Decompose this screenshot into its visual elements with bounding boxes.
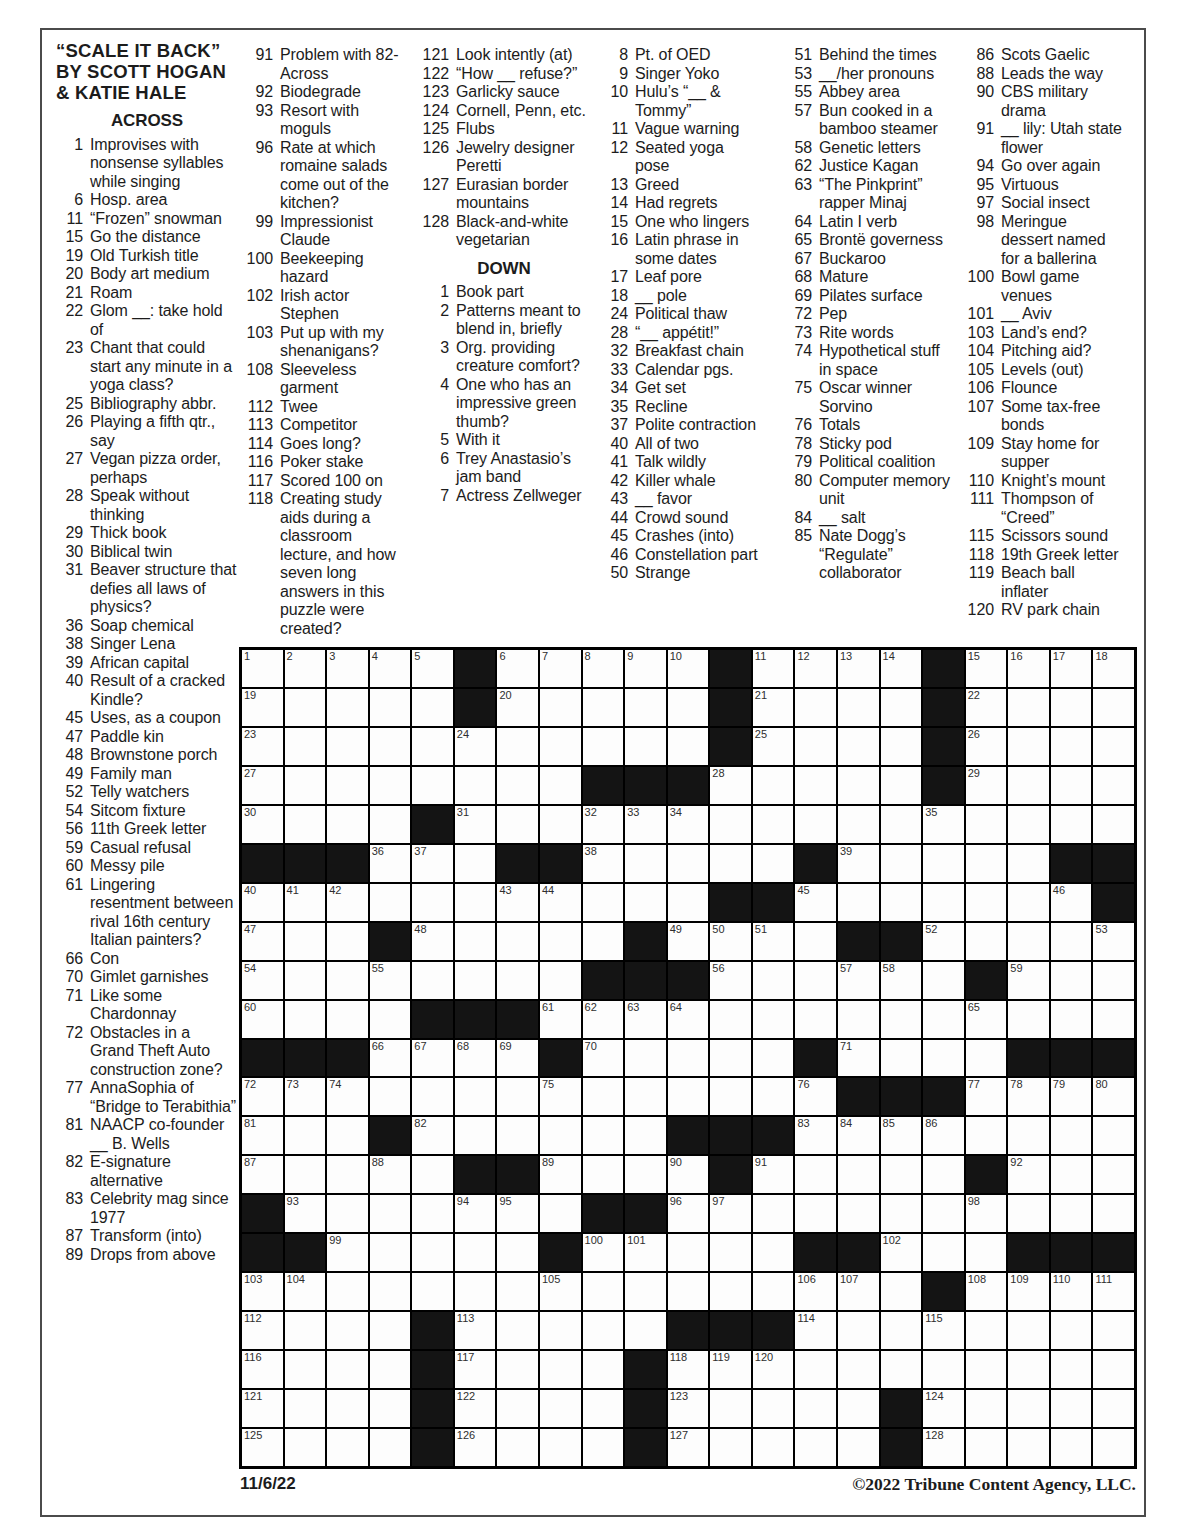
cell-r15c13[interactable]	[752, 1194, 795, 1233]
cell-r11c10[interactable]	[624, 1039, 667, 1078]
cell-r9c17[interactable]	[922, 961, 965, 1000]
cell-r7c20[interactable]: 46	[1050, 883, 1093, 922]
cell-r12c19[interactable]: 78	[1007, 1077, 1050, 1116]
cell-r21c20[interactable]	[1050, 1428, 1093, 1467]
cell-r14c4[interactable]: 88	[369, 1155, 412, 1194]
cell-r17c19[interactable]: 109	[1007, 1272, 1050, 1311]
cell-r12c10[interactable]	[624, 1077, 667, 1116]
cell-r7c17[interactable]	[922, 883, 965, 922]
cell-r19c6[interactable]: 117	[454, 1350, 497, 1389]
cell-r2c21[interactable]	[1092, 688, 1135, 727]
cell-r14c21[interactable]	[1092, 1155, 1135, 1194]
cell-r10c4[interactable]	[369, 1000, 412, 1039]
cell-r2c14[interactable]	[794, 688, 837, 727]
cell-r6c9[interactable]: 38	[582, 844, 625, 883]
cell-r7c7[interactable]: 43	[496, 883, 539, 922]
cell-r3c11[interactable]	[667, 727, 710, 766]
cell-r4c13[interactable]	[752, 766, 795, 805]
cell-r16c16[interactable]: 102	[880, 1233, 923, 1272]
cell-r16c10[interactable]: 101	[624, 1233, 667, 1272]
cell-r21c18[interactable]	[965, 1428, 1008, 1467]
cell-r20c7[interactable]	[496, 1389, 539, 1428]
cell-r9c1[interactable]: 54	[241, 961, 284, 1000]
cell-r11c12[interactable]	[709, 1039, 752, 1078]
cell-r9c6[interactable]	[454, 961, 497, 1000]
cell-r2c15[interactable]	[837, 688, 880, 727]
cell-r9c7[interactable]	[496, 961, 539, 1000]
cell-r5c9[interactable]: 32	[582, 805, 625, 844]
cell-r13c21[interactable]	[1092, 1116, 1135, 1155]
cell-r19c17[interactable]	[922, 1350, 965, 1389]
cell-r3c15[interactable]	[837, 727, 880, 766]
cell-r4c18[interactable]: 29	[965, 766, 1008, 805]
cell-r7c3[interactable]: 42	[326, 883, 369, 922]
cell-r8c8[interactable]	[539, 922, 582, 961]
cell-r21c13[interactable]	[752, 1428, 795, 1467]
cell-r6c16[interactable]	[880, 844, 923, 883]
cell-r21c15[interactable]	[837, 1428, 880, 1467]
cell-r19c7[interactable]	[496, 1350, 539, 1389]
cell-r5c8[interactable]	[539, 805, 582, 844]
cell-r11c18[interactable]	[965, 1039, 1008, 1078]
cell-r8c6[interactable]	[454, 922, 497, 961]
cell-r5c3[interactable]	[326, 805, 369, 844]
cell-r13c6[interactable]	[454, 1116, 497, 1155]
cell-r20c18[interactable]	[965, 1389, 1008, 1428]
cell-r2c8[interactable]	[539, 688, 582, 727]
cell-r19c3[interactable]	[326, 1350, 369, 1389]
cell-r1c10[interactable]: 9	[624, 649, 667, 688]
cell-r19c14[interactable]	[794, 1350, 837, 1389]
cell-r8c7[interactable]	[496, 922, 539, 961]
cell-r19c16[interactable]	[880, 1350, 923, 1389]
cell-r19c20[interactable]	[1050, 1350, 1093, 1389]
cell-r3c13[interactable]: 25	[752, 727, 795, 766]
cell-r8c21[interactable]: 53	[1092, 922, 1135, 961]
cell-r10c3[interactable]	[326, 1000, 369, 1039]
cell-r7c16[interactable]	[880, 883, 923, 922]
cell-r6c4[interactable]: 36	[369, 844, 412, 883]
cell-r18c3[interactable]	[326, 1311, 369, 1350]
cell-r13c20[interactable]	[1050, 1116, 1093, 1155]
cell-r4c1[interactable]: 27	[241, 766, 284, 805]
cell-r2c10[interactable]	[624, 688, 667, 727]
cell-r1c19[interactable]: 16	[1007, 649, 1050, 688]
cell-r19c8[interactable]	[539, 1350, 582, 1389]
cell-r8c12[interactable]: 50	[709, 922, 752, 961]
cell-r17c13[interactable]	[752, 1272, 795, 1311]
cell-r9c19[interactable]: 59	[1007, 961, 1050, 1000]
cell-r20c6[interactable]: 122	[454, 1389, 497, 1428]
cell-r21c11[interactable]: 127	[667, 1428, 710, 1467]
cell-r5c2[interactable]	[284, 805, 327, 844]
cell-r18c20[interactable]	[1050, 1311, 1093, 1350]
cell-r8c18[interactable]	[965, 922, 1008, 961]
cell-r20c9[interactable]	[582, 1389, 625, 1428]
cell-r6c18[interactable]	[965, 844, 1008, 883]
cell-r7c15[interactable]	[837, 883, 880, 922]
cell-r5c1[interactable]: 30	[241, 805, 284, 844]
cell-r11c9[interactable]: 70	[582, 1039, 625, 1078]
cell-r1c11[interactable]: 10	[667, 649, 710, 688]
cell-r19c9[interactable]	[582, 1350, 625, 1389]
cell-r10c9[interactable]: 62	[582, 1000, 625, 1039]
cell-r1c13[interactable]: 11	[752, 649, 795, 688]
cell-r19c11[interactable]: 118	[667, 1350, 710, 1389]
cell-r13c15[interactable]: 84	[837, 1116, 880, 1155]
cell-r8c2[interactable]	[284, 922, 327, 961]
cell-r20c2[interactable]	[284, 1389, 327, 1428]
cell-r12c3[interactable]: 74	[326, 1077, 369, 1116]
cell-r18c9[interactable]	[582, 1311, 625, 1350]
cell-r5c4[interactable]	[369, 805, 412, 844]
cell-r4c3[interactable]	[326, 766, 369, 805]
cell-r10c13[interactable]	[752, 1000, 795, 1039]
cell-r9c21[interactable]	[1092, 961, 1135, 1000]
cell-r14c16[interactable]	[880, 1155, 923, 1194]
cell-r21c2[interactable]	[284, 1428, 327, 1467]
cell-r17c14[interactable]: 106	[794, 1272, 837, 1311]
cell-r17c12[interactable]	[709, 1272, 752, 1311]
cell-r20c19[interactable]	[1007, 1389, 1050, 1428]
cell-r17c15[interactable]: 107	[837, 1272, 880, 1311]
cell-r14c13[interactable]: 91	[752, 1155, 795, 1194]
cell-r14c10[interactable]	[624, 1155, 667, 1194]
cell-r17c6[interactable]	[454, 1272, 497, 1311]
cell-r8c1[interactable]: 47	[241, 922, 284, 961]
cell-r17c18[interactable]: 108	[965, 1272, 1008, 1311]
cell-r18c10[interactable]	[624, 1311, 667, 1350]
cell-r21c12[interactable]	[709, 1428, 752, 1467]
cell-r13c14[interactable]: 83	[794, 1116, 837, 1155]
cell-r17c3[interactable]	[326, 1272, 369, 1311]
cell-r14c2[interactable]	[284, 1155, 327, 1194]
cell-r9c16[interactable]: 58	[880, 961, 923, 1000]
cell-r6c13[interactable]	[752, 844, 795, 883]
cell-r1c1[interactable]: 1	[241, 649, 284, 688]
cell-r20c21[interactable]	[1092, 1389, 1135, 1428]
cell-r15c6[interactable]: 94	[454, 1194, 497, 1233]
cell-r12c14[interactable]: 76	[794, 1077, 837, 1116]
cell-r5c14[interactable]	[794, 805, 837, 844]
cell-r16c6[interactable]	[454, 1233, 497, 1272]
cell-r20c17[interactable]: 124	[922, 1389, 965, 1428]
cell-r5c7[interactable]	[496, 805, 539, 844]
cell-r18c2[interactable]	[284, 1311, 327, 1350]
cell-r10c21[interactable]	[1092, 1000, 1135, 1039]
cell-r20c4[interactable]	[369, 1389, 412, 1428]
cell-r12c12[interactable]	[709, 1077, 752, 1116]
cell-r11c5[interactable]: 67	[411, 1039, 454, 1078]
cell-r5c10[interactable]: 33	[624, 805, 667, 844]
cell-r6c17[interactable]	[922, 844, 965, 883]
cell-r17c4[interactable]	[369, 1272, 412, 1311]
cell-r6c5[interactable]: 37	[411, 844, 454, 883]
cell-r4c19[interactable]	[1007, 766, 1050, 805]
cell-r18c7[interactable]	[496, 1311, 539, 1350]
cell-r10c2[interactable]	[284, 1000, 327, 1039]
cell-r2c5[interactable]	[411, 688, 454, 727]
cell-r7c9[interactable]	[582, 883, 625, 922]
cell-r6c15[interactable]: 39	[837, 844, 880, 883]
cell-r16c17[interactable]	[922, 1233, 965, 1272]
cell-r8c14[interactable]	[794, 922, 837, 961]
cell-r18c14[interactable]: 114	[794, 1311, 837, 1350]
cell-r10c8[interactable]: 61	[539, 1000, 582, 1039]
cell-r19c18[interactable]	[965, 1350, 1008, 1389]
cell-r5c11[interactable]: 34	[667, 805, 710, 844]
cell-r9c13[interactable]	[752, 961, 795, 1000]
cell-r1c20[interactable]: 17	[1050, 649, 1093, 688]
cell-r20c11[interactable]: 123	[667, 1389, 710, 1428]
cell-r10c20[interactable]	[1050, 1000, 1093, 1039]
cell-r9c3[interactable]	[326, 961, 369, 1000]
cell-r3c5[interactable]	[411, 727, 454, 766]
cell-r17c8[interactable]: 105	[539, 1272, 582, 1311]
cell-r12c2[interactable]: 73	[284, 1077, 327, 1116]
cell-r21c14[interactable]	[794, 1428, 837, 1467]
cell-r21c3[interactable]	[326, 1428, 369, 1467]
cell-r21c21[interactable]	[1092, 1428, 1135, 1467]
cell-r20c12[interactable]	[709, 1389, 752, 1428]
cell-r11c15[interactable]: 71	[837, 1039, 880, 1078]
cell-r2c18[interactable]: 22	[965, 688, 1008, 727]
cell-r9c8[interactable]	[539, 961, 582, 1000]
cell-r17c16[interactable]	[880, 1272, 923, 1311]
cell-r14c20[interactable]	[1050, 1155, 1093, 1194]
cell-r13c8[interactable]	[539, 1116, 582, 1155]
cell-r20c1[interactable]: 121	[241, 1389, 284, 1428]
cell-r15c16[interactable]	[880, 1194, 923, 1233]
cell-r13c9[interactable]	[582, 1116, 625, 1155]
cell-r5c15[interactable]	[837, 805, 880, 844]
cell-r15c14[interactable]	[794, 1194, 837, 1233]
cell-r20c13[interactable]	[752, 1389, 795, 1428]
cell-r21c1[interactable]: 125	[241, 1428, 284, 1467]
cell-r10c15[interactable]	[837, 1000, 880, 1039]
cell-r12c5[interactable]	[411, 1077, 454, 1116]
cell-r3c18[interactable]: 26	[965, 727, 1008, 766]
cell-r1c18[interactable]: 15	[965, 649, 1008, 688]
cell-r8c9[interactable]	[582, 922, 625, 961]
cell-r14c5[interactable]	[411, 1155, 454, 1194]
cell-r7c11[interactable]	[667, 883, 710, 922]
cell-r9c4[interactable]: 55	[369, 961, 412, 1000]
cell-r13c10[interactable]	[624, 1116, 667, 1155]
cell-r6c10[interactable]	[624, 844, 667, 883]
cell-r3c16[interactable]	[880, 727, 923, 766]
cell-r15c15[interactable]	[837, 1194, 880, 1233]
cell-r18c6[interactable]: 113	[454, 1311, 497, 1350]
cell-r1c2[interactable]: 2	[284, 649, 327, 688]
cell-r20c14[interactable]	[794, 1389, 837, 1428]
cell-r3c10[interactable]	[624, 727, 667, 766]
cell-r10c18[interactable]: 65	[965, 1000, 1008, 1039]
cell-r11c11[interactable]	[667, 1039, 710, 1078]
cell-r15c5[interactable]	[411, 1194, 454, 1233]
cell-r12c7[interactable]	[496, 1077, 539, 1116]
cell-r18c1[interactable]: 112	[241, 1311, 284, 1350]
cell-r9c2[interactable]	[284, 961, 327, 1000]
cell-r11c7[interactable]: 69	[496, 1039, 539, 1078]
cell-r5c17[interactable]: 35	[922, 805, 965, 844]
cell-r15c3[interactable]	[326, 1194, 369, 1233]
cell-r3c6[interactable]: 24	[454, 727, 497, 766]
cell-r6c19[interactable]	[1007, 844, 1050, 883]
cell-r13c2[interactable]	[284, 1116, 327, 1155]
cell-r4c20[interactable]	[1050, 766, 1093, 805]
cell-r11c16[interactable]	[880, 1039, 923, 1078]
cell-r12c20[interactable]: 79	[1050, 1077, 1093, 1116]
cell-r8c3[interactable]	[326, 922, 369, 961]
cell-r4c8[interactable]	[539, 766, 582, 805]
cell-r1c21[interactable]: 18	[1092, 649, 1135, 688]
cell-r8c20[interactable]	[1050, 922, 1093, 961]
cell-r1c15[interactable]: 13	[837, 649, 880, 688]
cell-r14c1[interactable]: 87	[241, 1155, 284, 1194]
cell-r13c16[interactable]: 85	[880, 1116, 923, 1155]
cell-r19c21[interactable]	[1092, 1350, 1135, 1389]
cell-r8c17[interactable]: 52	[922, 922, 965, 961]
cell-r13c7[interactable]	[496, 1116, 539, 1155]
cell-r5c16[interactable]	[880, 805, 923, 844]
cell-r8c5[interactable]: 48	[411, 922, 454, 961]
cell-r15c2[interactable]: 93	[284, 1194, 327, 1233]
cell-r15c4[interactable]	[369, 1194, 412, 1233]
cell-r6c11[interactable]	[667, 844, 710, 883]
cell-r14c9[interactable]	[582, 1155, 625, 1194]
cell-r21c17[interactable]: 128	[922, 1428, 965, 1467]
cell-r1c7[interactable]: 6	[496, 649, 539, 688]
cell-r11c6[interactable]: 68	[454, 1039, 497, 1078]
cell-r5c18[interactable]	[965, 805, 1008, 844]
cell-r17c10[interactable]	[624, 1272, 667, 1311]
cell-r1c3[interactable]: 3	[326, 649, 369, 688]
cell-r20c8[interactable]	[539, 1389, 582, 1428]
cell-r17c9[interactable]	[582, 1272, 625, 1311]
cell-r13c5[interactable]: 82	[411, 1116, 454, 1155]
cell-r15c8[interactable]	[539, 1194, 582, 1233]
cell-r2c16[interactable]	[880, 688, 923, 727]
cell-r16c9[interactable]: 100	[582, 1233, 625, 1272]
cell-r12c6[interactable]	[454, 1077, 497, 1116]
cell-r14c3[interactable]	[326, 1155, 369, 1194]
cell-r12c4[interactable]	[369, 1077, 412, 1116]
cell-r16c11[interactable]	[667, 1233, 710, 1272]
cell-r1c5[interactable]: 5	[411, 649, 454, 688]
cell-r15c11[interactable]: 96	[667, 1194, 710, 1233]
cell-r2c20[interactable]	[1050, 688, 1093, 727]
cell-r18c21[interactable]	[1092, 1311, 1135, 1350]
cell-r17c11[interactable]	[667, 1272, 710, 1311]
cell-r19c4[interactable]	[369, 1350, 412, 1389]
cell-r7c19[interactable]	[1007, 883, 1050, 922]
cell-r7c5[interactable]	[411, 883, 454, 922]
cell-r14c15[interactable]	[837, 1155, 880, 1194]
cell-r14c19[interactable]: 92	[1007, 1155, 1050, 1194]
cell-r19c2[interactable]	[284, 1350, 327, 1389]
cell-r4c4[interactable]	[369, 766, 412, 805]
cell-r3c8[interactable]	[539, 727, 582, 766]
cell-r18c4[interactable]	[369, 1311, 412, 1350]
cell-r5c6[interactable]: 31	[454, 805, 497, 844]
cell-r3c14[interactable]	[794, 727, 837, 766]
cell-r3c7[interactable]	[496, 727, 539, 766]
cell-r12c1[interactable]: 72	[241, 1077, 284, 1116]
cell-r8c11[interactable]: 49	[667, 922, 710, 961]
cell-r9c12[interactable]: 56	[709, 961, 752, 1000]
cell-r16c12[interactable]	[709, 1233, 752, 1272]
cell-r2c4[interactable]	[369, 688, 412, 727]
cell-r18c8[interactable]	[539, 1311, 582, 1350]
cell-r15c18[interactable]: 98	[965, 1194, 1008, 1233]
cell-r10c16[interactable]	[880, 1000, 923, 1039]
cell-r10c10[interactable]: 63	[624, 1000, 667, 1039]
cell-r18c18[interactable]	[965, 1311, 1008, 1350]
cell-r18c16[interactable]	[880, 1311, 923, 1350]
cell-r7c4[interactable]	[369, 883, 412, 922]
cell-r9c14[interactable]	[794, 961, 837, 1000]
cell-r7c1[interactable]: 40	[241, 883, 284, 922]
cell-r1c4[interactable]: 4	[369, 649, 412, 688]
cell-r17c20[interactable]: 110	[1050, 1272, 1093, 1311]
cell-r19c19[interactable]	[1007, 1350, 1050, 1389]
cell-r3c20[interactable]	[1050, 727, 1093, 766]
cell-r10c1[interactable]: 60	[241, 1000, 284, 1039]
cell-r10c12[interactable]	[709, 1000, 752, 1039]
cell-r4c15[interactable]	[837, 766, 880, 805]
cell-r12c13[interactable]	[752, 1077, 795, 1116]
cell-r4c16[interactable]	[880, 766, 923, 805]
cell-r12c11[interactable]	[667, 1077, 710, 1116]
cell-r15c17[interactable]	[922, 1194, 965, 1233]
cell-r18c15[interactable]	[837, 1311, 880, 1350]
cell-r16c5[interactable]	[411, 1233, 454, 1272]
cell-r13c17[interactable]: 86	[922, 1116, 965, 1155]
cell-r14c11[interactable]: 90	[667, 1155, 710, 1194]
cell-r16c3[interactable]: 99	[326, 1233, 369, 1272]
cell-r20c3[interactable]	[326, 1389, 369, 1428]
cell-r17c21[interactable]: 111	[1092, 1272, 1135, 1311]
cell-r4c14[interactable]	[794, 766, 837, 805]
cell-r14c8[interactable]: 89	[539, 1155, 582, 1194]
cell-r10c19[interactable]	[1007, 1000, 1050, 1039]
cell-r19c1[interactable]: 116	[241, 1350, 284, 1389]
cell-r14c17[interactable]	[922, 1155, 965, 1194]
cell-r12c21[interactable]: 80	[1092, 1077, 1135, 1116]
cell-r14c14[interactable]	[794, 1155, 837, 1194]
cell-r21c4[interactable]	[369, 1428, 412, 1467]
cell-r12c18[interactable]: 77	[965, 1077, 1008, 1116]
cell-r15c20[interactable]	[1050, 1194, 1093, 1233]
cell-r17c2[interactable]: 104	[284, 1272, 327, 1311]
cell-r3c3[interactable]	[326, 727, 369, 766]
cell-r6c6[interactable]	[454, 844, 497, 883]
cell-r3c19[interactable]	[1007, 727, 1050, 766]
cell-r15c19[interactable]	[1007, 1194, 1050, 1233]
cell-r11c4[interactable]: 66	[369, 1039, 412, 1078]
cell-r2c3[interactable]	[326, 688, 369, 727]
cell-r5c20[interactable]	[1050, 805, 1093, 844]
cell-r11c17[interactable]	[922, 1039, 965, 1078]
cell-r2c9[interactable]	[582, 688, 625, 727]
cell-r7c18[interactable]	[965, 883, 1008, 922]
cell-r3c21[interactable]	[1092, 727, 1135, 766]
cell-r3c2[interactable]	[284, 727, 327, 766]
cell-r20c15[interactable]	[837, 1389, 880, 1428]
cell-r3c4[interactable]	[369, 727, 412, 766]
cell-r13c3[interactable]	[326, 1116, 369, 1155]
